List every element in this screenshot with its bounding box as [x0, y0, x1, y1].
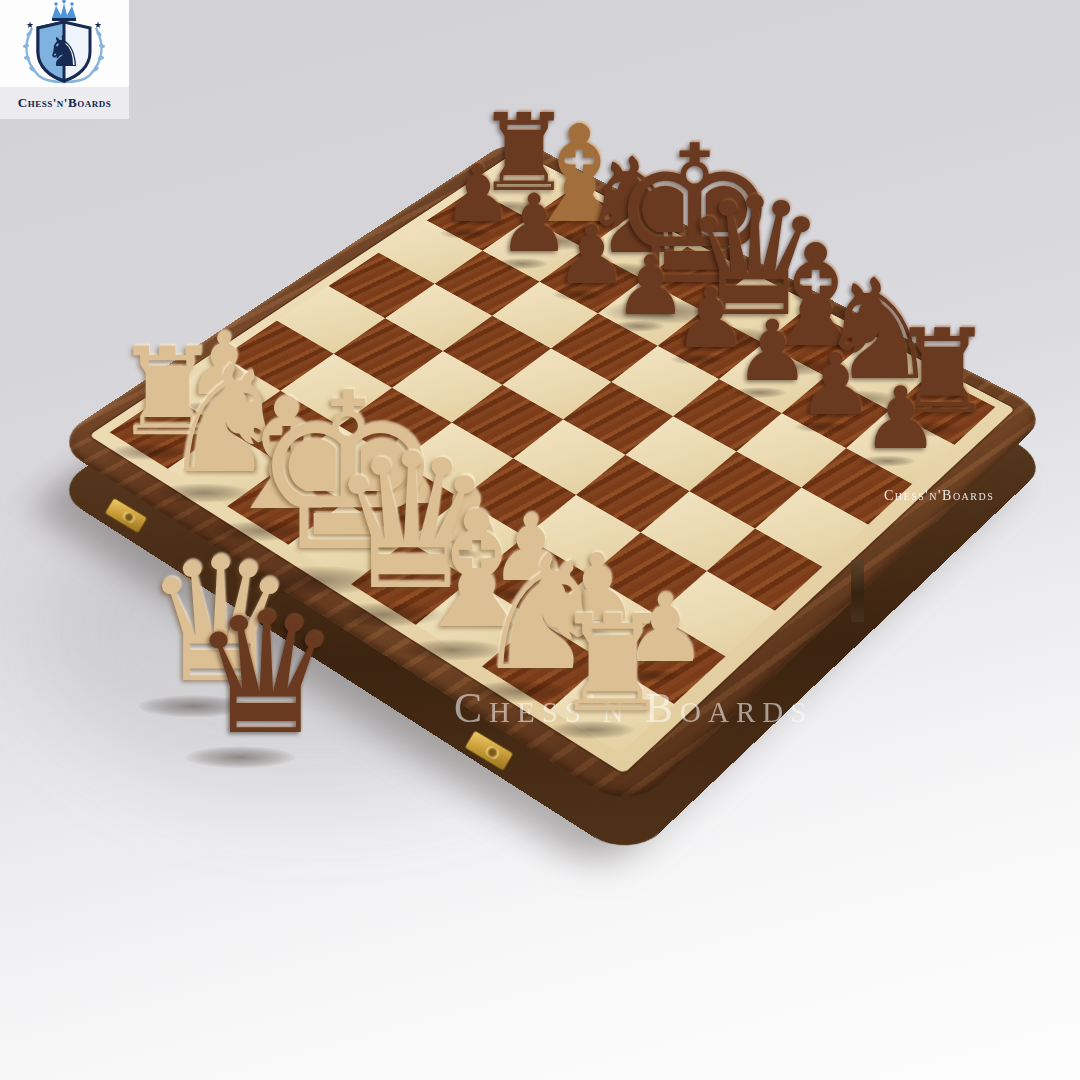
fold-hinge-seam — [851, 560, 864, 622]
watermark-small: Chess'n'Boards — [884, 488, 994, 504]
logo-graphic: ★ ★ ♞ — [0, 0, 129, 87]
product-photo-scene: { "game": "chess", "brand": { "name": "C… — [0, 0, 1080, 1080]
logo-text-band: Chess'n'Boards — [0, 87, 129, 119]
knight-icon: ♞ — [45, 27, 83, 76]
crown-icon — [52, 0, 76, 21]
logo-text: Chess'n'Boards — [18, 95, 111, 111]
watermark-large: Chess'n'Boards — [454, 684, 813, 732]
brand-logo: ★ ★ ♞ — [0, 0, 129, 119]
